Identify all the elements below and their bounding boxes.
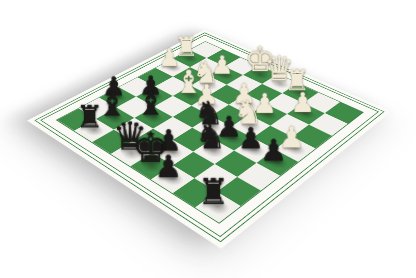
black-rook[interactable]: ♜ bbox=[76, 102, 104, 133]
black-knight[interactable]: ♞ bbox=[195, 119, 224, 153]
chess-board: ♚♛♜♜♟♟♟♞♟♟♝♟♞♟♟♞♟♟♟♟♝♞♝♟♜♛♚♟♜ bbox=[27, 30, 392, 249]
white-pawn[interactable]: ♟ bbox=[289, 89, 316, 116]
chess-photo-scene: ♚♛♜♜♟♟♟♞♟♟♝♟♞♟♟♞♟♟♟♟♝♞♝♟♜♛♚♟♜ bbox=[0, 0, 416, 278]
black-pawn[interactable]: ♟ bbox=[153, 151, 184, 182]
black-rook[interactable]: ♜ bbox=[198, 174, 230, 210]
black-pawn[interactable]: ♟ bbox=[259, 135, 289, 165]
